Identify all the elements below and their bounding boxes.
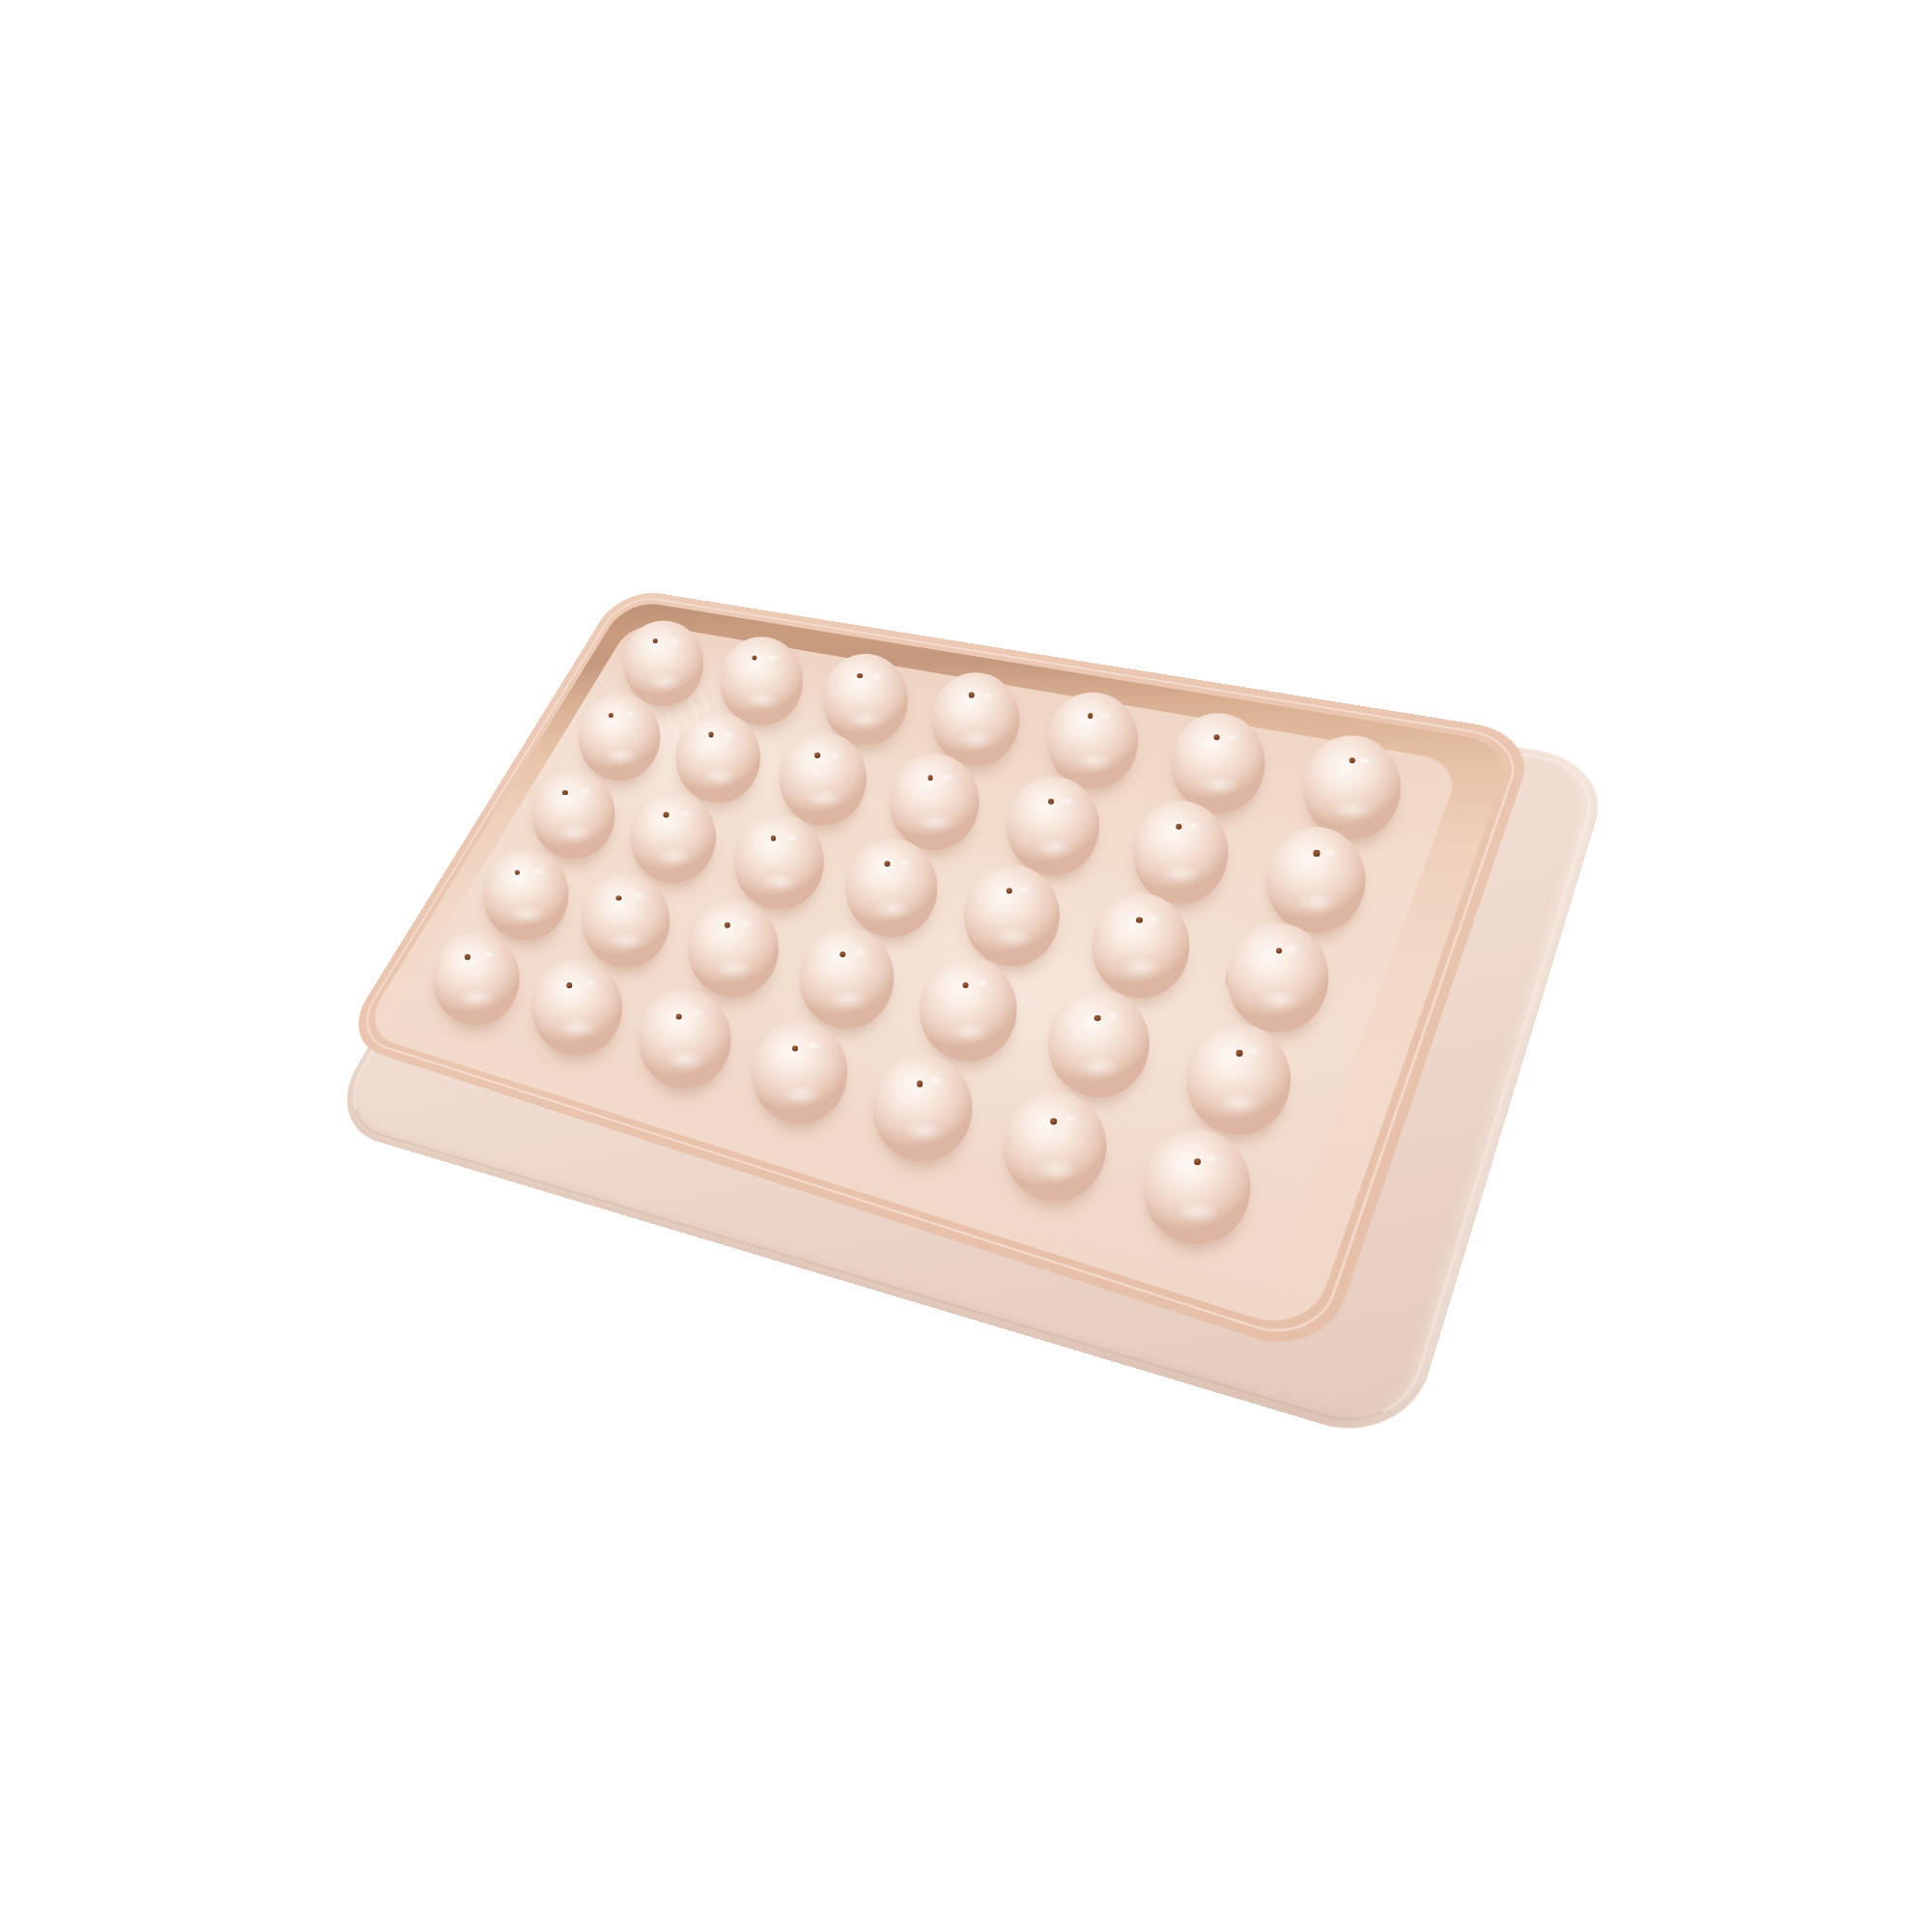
- specular-glint: [897, 859, 912, 867]
- gloss-highlight: [713, 958, 754, 980]
- fill-hole-dot: [676, 1013, 682, 1019]
- specular-glint: [928, 1076, 945, 1086]
- gloss-highlight: [743, 690, 781, 709]
- ice-ball-dome: [964, 865, 1059, 966]
- specular-glint: [1186, 821, 1202, 831]
- gloss-highlight: [654, 846, 694, 867]
- ice-ball-dome: [1303, 736, 1400, 839]
- specular-glint: [1104, 1011, 1121, 1021]
- gloss-highlight: [1032, 1157, 1079, 1181]
- fill-hole-dot: [465, 954, 470, 960]
- fill-hole-dot: [839, 952, 845, 957]
- ice-ball-dome: [432, 931, 520, 1025]
- fill-hole-dot: [567, 982, 573, 988]
- gloss-highlight: [699, 766, 738, 786]
- ice-ball-dome: [1227, 923, 1328, 1032]
- fill-hole-dot: [1050, 1118, 1057, 1124]
- fill-hole-dot: [1214, 734, 1220, 740]
- ice-ball-dome: [800, 927, 894, 1028]
- specular-glint: [1224, 733, 1239, 742]
- gloss-highlight: [947, 1020, 991, 1043]
- gloss-highlight: [557, 1017, 599, 1038]
- fill-hole-dot: [752, 655, 756, 660]
- gloss-highlight: [601, 746, 639, 765]
- gloss-highlight: [555, 823, 594, 842]
- ice-ball-dome: [872, 1055, 972, 1162]
- specular-glint: [531, 867, 545, 875]
- fill-hole-dot: [653, 639, 658, 643]
- ice-ball-dome: [1003, 1091, 1106, 1202]
- ice-ball-dome: [1092, 893, 1190, 998]
- gloss-highlight: [457, 987, 497, 1008]
- gloss-highlight: [956, 729, 997, 750]
- specular-glint: [1017, 885, 1033, 894]
- fill-hole-dot: [1088, 713, 1094, 719]
- specular-glint: [766, 654, 780, 662]
- ice-ball-dome: [582, 873, 669, 968]
- ice-ball-dome: [688, 899, 779, 997]
- ice-ball-dome: [1132, 801, 1228, 903]
- specular-glint: [852, 948, 867, 956]
- ice-ball-dome: [720, 637, 803, 725]
- gloss-highlight: [826, 988, 869, 1010]
- fill-hole-dot: [1177, 823, 1182, 829]
- gloss-highlight: [507, 903, 547, 923]
- ice-ball-dome: [780, 732, 867, 825]
- gloss-highlight: [664, 1049, 706, 1071]
- fill-hole-dot: [969, 693, 975, 698]
- specular-glint: [1061, 1113, 1077, 1122]
- fill-hole-dot: [609, 713, 613, 718]
- specular-glint: [828, 751, 841, 759]
- gloss-highlight: [1159, 863, 1204, 885]
- ice-ball-dome: [920, 957, 1017, 1062]
- specular-glint: [1203, 1153, 1220, 1164]
- gloss-highlight: [759, 871, 800, 893]
- gloss-highlight: [1256, 988, 1302, 1012]
- gloss-highlight: [804, 788, 843, 809]
- specular-glint: [632, 893, 646, 901]
- ice-ball-dome: [931, 672, 1019, 766]
- fill-hole-dot: [1350, 757, 1355, 763]
- gloss-highlight: [900, 1119, 947, 1142]
- ice-ball-dome: [676, 712, 760, 803]
- fill-hole-dot: [1136, 917, 1142, 923]
- ice-ball-dome: [1186, 1024, 1291, 1136]
- specular-glint: [481, 951, 495, 959]
- gloss-highlight: [1076, 1054, 1122, 1078]
- fill-hole-dot: [708, 732, 713, 737]
- ice-ball-dome: [890, 753, 980, 850]
- specular-glint: [974, 979, 989, 988]
- specular-glint: [738, 919, 753, 927]
- gloss-highlight: [1198, 774, 1241, 796]
- gloss-highlight: [645, 671, 682, 691]
- specular-glint: [784, 833, 799, 841]
- specular-glint: [1284, 945, 1300, 954]
- specular-glint: [724, 730, 737, 738]
- fill-hole-dot: [927, 775, 933, 781]
- fill-hole-dot: [664, 812, 669, 818]
- gloss-highlight: [607, 930, 647, 952]
- fill-hole-dot: [814, 753, 820, 758]
- specular-glint: [668, 638, 680, 645]
- fill-hole-dot: [857, 673, 862, 678]
- gloss-highlight: [915, 811, 956, 833]
- specular-glint: [1147, 914, 1162, 923]
- ice-ball-dome: [1007, 777, 1099, 876]
- ice-ball-dome: [531, 769, 615, 859]
- specular-glint: [1357, 756, 1373, 766]
- fill-hole-dot: [1236, 1050, 1243, 1057]
- fill-hole-dot: [1094, 1015, 1100, 1021]
- fill-hole-dot: [1314, 850, 1320, 856]
- specular-glint: [1098, 712, 1113, 721]
- fill-hole-dot: [1048, 798, 1054, 804]
- specular-glint: [980, 692, 995, 700]
- specular-glint: [940, 773, 954, 781]
- ice-ball-dome: [1048, 989, 1149, 1097]
- ice-ball-dome: [630, 791, 716, 884]
- specular-glint: [582, 979, 597, 987]
- fill-hole-dot: [562, 789, 567, 794]
- ice-ball-dome: [1266, 827, 1366, 933]
- product-photo: [0, 0, 1932, 1932]
- gloss-highlight: [1033, 837, 1075, 859]
- ice-ball-dome: [752, 1021, 848, 1124]
- specular-glint: [690, 1009, 704, 1018]
- fill-hole-dot: [616, 895, 622, 901]
- gloss-highlight: [1330, 798, 1375, 821]
- fill-hole-dot: [885, 861, 891, 867]
- gloss-highlight: [779, 1083, 823, 1105]
- fill-hole-dot: [771, 836, 777, 841]
- specular-glint: [806, 1041, 821, 1051]
- fill-hole-dot: [515, 870, 520, 875]
- ice-ball-dome: [532, 959, 622, 1056]
- fill-hole-dot: [917, 1081, 923, 1087]
- ice-ball-dome: [822, 654, 907, 745]
- specular-glint: [1321, 848, 1337, 858]
- specular-glint: [1059, 797, 1073, 806]
- specular-glint: [624, 711, 638, 719]
- ice-ball-dome: [579, 694, 661, 781]
- gloss-highlight: [1173, 1199, 1222, 1224]
- ice-ball-dome: [1171, 714, 1264, 814]
- fill-hole-dot: [962, 981, 968, 987]
- ice-ball-dome: [734, 814, 823, 910]
- fill-hole-dot: [792, 1046, 798, 1052]
- gloss-highlight: [991, 925, 1035, 948]
- gloss-highlight: [1294, 891, 1340, 914]
- ice-ball-dome: [1047, 693, 1138, 789]
- gloss-highlight: [846, 709, 886, 729]
- specular-glint: [678, 810, 692, 818]
- fill-hole-dot: [1007, 888, 1012, 894]
- gloss-highlight: [1073, 751, 1115, 772]
- fill-hole-dot: [1194, 1158, 1201, 1165]
- ice-ball-dome: [845, 838, 937, 937]
- specular-glint: [579, 787, 592, 795]
- gloss-highlight: [1215, 1091, 1264, 1115]
- ice-ball-dome: [623, 620, 703, 706]
- fill-hole-dot: [724, 923, 730, 928]
- specular-glint: [870, 672, 884, 680]
- ice-ball-dome: [483, 849, 569, 941]
- gloss-highlight: [1119, 956, 1164, 980]
- ice-ball-dome: [638, 989, 731, 1089]
- ice-ball-dome: [1143, 1130, 1250, 1245]
- specular-glint: [1244, 1046, 1261, 1056]
- fill-hole-dot: [1276, 948, 1283, 954]
- gloss-highlight: [871, 897, 914, 919]
